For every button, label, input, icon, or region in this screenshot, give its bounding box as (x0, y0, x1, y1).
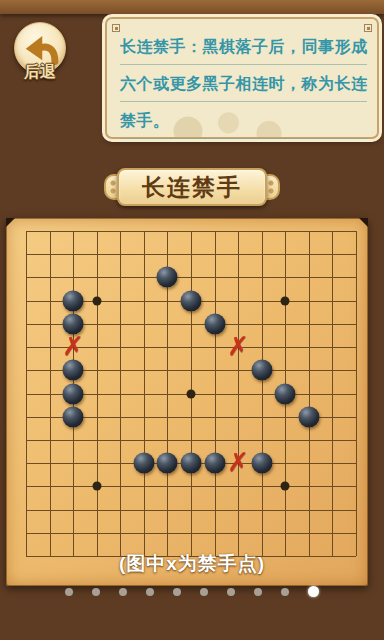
black-stone (63, 383, 84, 404)
pagination-dot[interactable] (119, 588, 127, 596)
star-point (92, 296, 101, 305)
pagination-dot[interactable] (146, 588, 154, 596)
gomoku-board[interactable]: ✗✗✗ (6, 218, 368, 586)
board-grid[interactable]: ✗✗✗ (26, 231, 356, 556)
grid-line (309, 231, 310, 556)
pagination-dot[interactable] (92, 588, 100, 596)
black-stone (157, 267, 178, 288)
grid-line (26, 533, 356, 534)
pagination-dots (0, 586, 384, 597)
rule-text-line: 长连禁手：黑棋落子后，同事形成 (120, 28, 367, 65)
grid-line (356, 231, 357, 556)
grid-line (262, 231, 263, 556)
rule-info-box: 长连禁手：黑棋落子后，同事形成 六个或更多黑子相连时，称为长连 禁手。 (105, 17, 379, 139)
black-stone (157, 453, 178, 474)
pagination-dot[interactable] (200, 588, 208, 596)
pagination-dot[interactable] (65, 588, 73, 596)
forbidden-point-marker: ✗ (227, 333, 249, 359)
grid-line (26, 486, 356, 487)
grid-line (215, 231, 216, 556)
pagination-dot[interactable] (227, 588, 235, 596)
page-title: 长连禁手 (117, 168, 267, 206)
star-point (187, 389, 196, 398)
info-box-corner-ornament (364, 24, 372, 32)
black-stone (204, 313, 225, 334)
black-stone (298, 406, 319, 427)
board-corner-decoration (6, 218, 15, 227)
star-point (281, 296, 290, 305)
board-caption: (图中x为禁手点) (0, 551, 384, 577)
black-stone (181, 453, 202, 474)
grid-line (26, 510, 356, 511)
back-button-label[interactable]: 后退 (0, 62, 80, 83)
info-box-corner-ornament (112, 24, 120, 32)
black-stone (63, 360, 84, 381)
forbidden-point-marker: ✗ (227, 449, 249, 475)
rule-text-line: 六个或更多黑子相连时，称为长连 (120, 65, 367, 102)
black-stone (133, 453, 154, 474)
black-stone (204, 453, 225, 474)
star-point (281, 482, 290, 491)
pagination-dot[interactable] (254, 588, 262, 596)
pagination-dot-active[interactable] (308, 586, 319, 597)
board-corner-decoration (359, 218, 368, 227)
black-stone (181, 290, 202, 311)
pagination-dot[interactable] (173, 588, 181, 596)
black-stone (251, 453, 272, 474)
black-stone (63, 406, 84, 427)
forbidden-point-marker: ✗ (62, 333, 84, 359)
black-stone (63, 290, 84, 311)
top-wood-strip (0, 0, 384, 14)
grid-line (238, 231, 239, 556)
grid-line (26, 440, 356, 441)
app-screen: 后退 长连禁手：黑棋落子后，同事形成 六个或更多黑子相连时，称为长连 禁手。 长… (0, 0, 384, 640)
pagination-dot[interactable] (281, 588, 289, 596)
rule-text-line: 禁手。 (120, 102, 367, 139)
black-stone (251, 360, 272, 381)
black-stone (275, 383, 296, 404)
star-point (92, 482, 101, 491)
grid-line (332, 231, 333, 556)
